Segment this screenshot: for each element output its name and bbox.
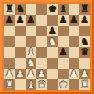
white-knight[interactable]: ♞: [26, 58, 35, 68]
white-rook[interactable]: ♜: [5, 79, 14, 89]
square-d7[interactable]: [36, 15, 47, 26]
square-a2[interactable]: ♟: [4, 69, 15, 80]
square-g5[interactable]: [69, 36, 80, 47]
square-c6[interactable]: [26, 26, 37, 37]
white-rook[interactable]: ♜: [80, 79, 89, 89]
square-c7[interactable]: ♟: [26, 15, 37, 26]
square-h3[interactable]: [79, 58, 90, 69]
square-a8[interactable]: ♜: [4, 4, 15, 15]
square-g3[interactable]: [69, 58, 80, 69]
square-d1[interactable]: ♛: [36, 79, 47, 90]
square-g8[interactable]: [69, 4, 80, 15]
black-pawn[interactable]: ♟: [48, 26, 57, 36]
black-pawn[interactable]: ♟: [5, 15, 14, 25]
square-h4[interactable]: ♛: [79, 47, 90, 58]
square-e1[interactable]: [47, 79, 58, 90]
board-frame: ♜♞♚♝♜♟♟♟♟♟♟♟♞♞♝♟♛♞♟♟♟♟♟♟♜♝♛♚♜: [0, 0, 94, 94]
square-e3[interactable]: [47, 58, 58, 69]
square-h7[interactable]: ♟: [79, 15, 90, 26]
square-b3[interactable]: [15, 58, 26, 69]
square-f5[interactable]: [58, 36, 69, 47]
square-g2[interactable]: ♟: [69, 69, 80, 80]
chess-board: ♜♞♚♝♜♟♟♟♟♟♟♟♞♞♝♟♛♞♟♟♟♟♟♟♜♝♛♚♜: [4, 4, 90, 90]
square-g6[interactable]: [69, 26, 80, 37]
square-a3[interactable]: [4, 58, 15, 69]
black-pawn[interactable]: ♟: [59, 47, 68, 57]
square-b5[interactable]: [15, 36, 26, 47]
white-pawn[interactable]: ♟: [37, 69, 46, 79]
square-g4[interactable]: [69, 47, 80, 58]
square-c5[interactable]: [26, 36, 37, 47]
black-pawn[interactable]: ♟: [16, 15, 25, 25]
square-a6[interactable]: [4, 26, 15, 37]
square-c8[interactable]: [26, 4, 37, 15]
square-b7[interactable]: ♟: [15, 15, 26, 26]
white-pawn[interactable]: ♟: [5, 69, 14, 79]
square-c2[interactable]: ♟: [26, 69, 37, 80]
square-f6[interactable]: [58, 26, 69, 37]
square-h8[interactable]: ♜: [79, 4, 90, 15]
square-h6[interactable]: [79, 26, 90, 37]
square-c4[interactable]: ♝: [26, 47, 37, 58]
black-king[interactable]: ♚: [48, 4, 57, 14]
square-a5[interactable]: [4, 36, 15, 47]
black-knight[interactable]: ♞: [80, 36, 89, 46]
square-f4[interactable]: ♟: [58, 47, 69, 58]
square-c3[interactable]: ♞: [26, 58, 37, 69]
square-g7[interactable]: ♟: [69, 15, 80, 26]
white-pawn[interactable]: ♟: [16, 69, 25, 79]
square-d3[interactable]: [36, 58, 47, 69]
square-e8[interactable]: ♚: [47, 4, 58, 15]
square-g1[interactable]: [69, 79, 80, 90]
black-pawn[interactable]: ♟: [80, 15, 89, 25]
black-knight[interactable]: ♞: [16, 4, 25, 14]
square-e4[interactable]: [47, 47, 58, 58]
square-d5[interactable]: [36, 36, 47, 47]
square-a7[interactable]: ♟: [4, 15, 15, 26]
square-h2[interactable]: ♟: [79, 69, 90, 80]
square-f2[interactable]: [58, 69, 69, 80]
white-queen[interactable]: ♛: [37, 79, 46, 89]
square-e2[interactable]: [47, 69, 58, 80]
square-f7[interactable]: ♟: [58, 15, 69, 26]
square-f1[interactable]: ♚: [58, 79, 69, 90]
black-rook[interactable]: ♜: [5, 4, 14, 14]
white-knight[interactable]: ♞: [48, 36, 57, 46]
square-d4[interactable]: [36, 47, 47, 58]
square-b4[interactable]: [15, 47, 26, 58]
square-h5[interactable]: ♞: [79, 36, 90, 47]
square-a1[interactable]: ♜: [4, 79, 15, 90]
square-d8[interactable]: [36, 4, 47, 15]
black-pawn[interactable]: ♟: [26, 15, 35, 25]
square-e7[interactable]: [47, 15, 58, 26]
square-b6[interactable]: [15, 26, 26, 37]
white-pawn[interactable]: ♟: [26, 69, 35, 79]
square-b2[interactable]: ♟: [15, 69, 26, 80]
white-bishop[interactable]: ♝: [26, 79, 35, 89]
black-bishop[interactable]: ♝: [59, 4, 68, 14]
square-c1[interactable]: ♝: [26, 79, 37, 90]
black-queen[interactable]: ♛: [80, 47, 89, 57]
black-pawn[interactable]: ♟: [59, 15, 68, 25]
square-f3[interactable]: [58, 58, 69, 69]
square-e6[interactable]: ♟: [47, 26, 58, 37]
square-a4[interactable]: [4, 47, 15, 58]
square-e5[interactable]: ♞: [47, 36, 58, 47]
square-b8[interactable]: ♞: [15, 4, 26, 15]
square-d2[interactable]: ♟: [36, 69, 47, 80]
black-rook[interactable]: ♜: [80, 4, 89, 14]
white-pawn[interactable]: ♟: [80, 69, 89, 79]
white-king[interactable]: ♚: [59, 79, 68, 89]
black-pawn[interactable]: ♟: [69, 15, 78, 25]
square-h1[interactable]: ♜: [79, 79, 90, 90]
square-d6[interactable]: [36, 26, 47, 37]
square-f8[interactable]: ♝: [58, 4, 69, 15]
white-pawn[interactable]: ♟: [69, 69, 78, 79]
white-bishop[interactable]: ♝: [26, 47, 35, 57]
square-b1[interactable]: [15, 79, 26, 90]
